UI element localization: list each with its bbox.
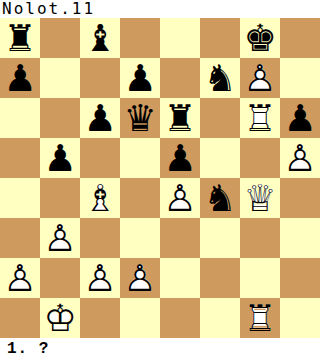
black-bishop-piece: ♝ — [80, 18, 120, 58]
square-h4[interactable] — [280, 178, 320, 218]
square-a6[interactable] — [0, 98, 40, 138]
square-a3[interactable] — [0, 218, 40, 258]
square-e4[interactable]: ♟♙ — [160, 178, 200, 218]
chess-diagram-page: Nolot.11 ♜♝♚♟♟♞♟♙♟♛♜♜♖♟♟♟♟♙♝♗♟♙♞♛♕♟♙♟♙♟♙… — [0, 0, 320, 360]
square-h6[interactable]: ♟ — [280, 98, 320, 138]
square-g2[interactable] — [240, 258, 280, 298]
square-b5[interactable]: ♟ — [40, 138, 80, 178]
square-e8[interactable] — [160, 18, 200, 58]
square-a5[interactable] — [0, 138, 40, 178]
square-b1[interactable]: ♚♔ — [40, 298, 80, 338]
black-knight-piece: ♞ — [200, 58, 240, 98]
square-f1[interactable] — [200, 298, 240, 338]
white-queen-piece: ♛♕ — [240, 178, 280, 218]
black-queen-piece: ♛ — [120, 98, 160, 138]
black-rook-piece: ♜ — [0, 18, 40, 58]
chess-board: ♜♝♚♟♟♞♟♙♟♛♜♜♖♟♟♟♟♙♝♗♟♙♞♛♕♟♙♟♙♟♙♟♙♚♔♜♖ — [0, 18, 320, 338]
white-pawn-piece: ♟♙ — [160, 178, 200, 218]
square-g3[interactable] — [240, 218, 280, 258]
page-title: Nolot.11 — [0, 0, 320, 18]
square-c5[interactable] — [80, 138, 120, 178]
black-pawn-piece: ♟ — [80, 98, 120, 138]
black-pawn-piece: ♟ — [120, 58, 160, 98]
square-d6[interactable]: ♛ — [120, 98, 160, 138]
square-e7[interactable] — [160, 58, 200, 98]
square-c7[interactable] — [80, 58, 120, 98]
square-h5[interactable]: ♟♙ — [280, 138, 320, 178]
square-d3[interactable] — [120, 218, 160, 258]
square-a2[interactable]: ♟♙ — [0, 258, 40, 298]
square-g8[interactable]: ♚ — [240, 18, 280, 58]
square-d8[interactable] — [120, 18, 160, 58]
square-d7[interactable]: ♟ — [120, 58, 160, 98]
square-h8[interactable] — [280, 18, 320, 58]
white-rook-piece: ♜♖ — [240, 98, 280, 138]
square-b2[interactable] — [40, 258, 80, 298]
square-d5[interactable] — [120, 138, 160, 178]
square-h7[interactable] — [280, 58, 320, 98]
square-g4[interactable]: ♛♕ — [240, 178, 280, 218]
white-pawn-piece: ♟♙ — [80, 258, 120, 298]
black-pawn-piece: ♟ — [0, 58, 40, 98]
black-pawn-piece: ♟ — [280, 98, 320, 138]
square-c6[interactable]: ♟ — [80, 98, 120, 138]
square-g7[interactable]: ♟♙ — [240, 58, 280, 98]
square-c8[interactable]: ♝ — [80, 18, 120, 58]
square-h1[interactable] — [280, 298, 320, 338]
square-g5[interactable] — [240, 138, 280, 178]
black-pawn-piece: ♟ — [160, 138, 200, 178]
square-b8[interactable] — [40, 18, 80, 58]
square-b4[interactable] — [40, 178, 80, 218]
white-king-piece: ♚♔ — [40, 298, 80, 338]
square-c2[interactable]: ♟♙ — [80, 258, 120, 298]
move-prompt: 1. ? — [0, 338, 320, 360]
square-f3[interactable] — [200, 218, 240, 258]
square-a1[interactable] — [0, 298, 40, 338]
square-d1[interactable] — [120, 298, 160, 338]
square-g6[interactable]: ♜♖ — [240, 98, 280, 138]
square-f2[interactable] — [200, 258, 240, 298]
square-h2[interactable] — [280, 258, 320, 298]
square-b3[interactable]: ♟♙ — [40, 218, 80, 258]
black-king-piece: ♚ — [240, 18, 280, 58]
white-bishop-piece: ♝♗ — [80, 178, 120, 218]
square-d4[interactable] — [120, 178, 160, 218]
white-pawn-piece: ♟♙ — [0, 258, 40, 298]
square-b6[interactable] — [40, 98, 80, 138]
white-pawn-piece: ♟♙ — [40, 218, 80, 258]
square-e1[interactable] — [160, 298, 200, 338]
white-pawn-piece: ♟♙ — [280, 138, 320, 178]
square-c1[interactable] — [80, 298, 120, 338]
square-f4[interactable]: ♞ — [200, 178, 240, 218]
white-pawn-piece: ♟♙ — [240, 58, 280, 98]
black-pawn-piece: ♟ — [40, 138, 80, 178]
square-b7[interactable] — [40, 58, 80, 98]
square-d2[interactable]: ♟♙ — [120, 258, 160, 298]
square-a8[interactable]: ♜ — [0, 18, 40, 58]
square-e3[interactable] — [160, 218, 200, 258]
white-rook-piece: ♜♖ — [240, 298, 280, 338]
black-knight-piece: ♞ — [200, 178, 240, 218]
square-a7[interactable]: ♟ — [0, 58, 40, 98]
black-rook-piece: ♜ — [160, 98, 200, 138]
square-f6[interactable] — [200, 98, 240, 138]
square-c4[interactable]: ♝♗ — [80, 178, 120, 218]
square-f7[interactable]: ♞ — [200, 58, 240, 98]
square-e5[interactable]: ♟ — [160, 138, 200, 178]
square-g1[interactable]: ♜♖ — [240, 298, 280, 338]
square-f5[interactable] — [200, 138, 240, 178]
square-h3[interactable] — [280, 218, 320, 258]
square-e2[interactable] — [160, 258, 200, 298]
square-c3[interactable] — [80, 218, 120, 258]
square-a4[interactable] — [0, 178, 40, 218]
square-e6[interactable]: ♜ — [160, 98, 200, 138]
square-f8[interactable] — [200, 18, 240, 58]
white-pawn-piece: ♟♙ — [120, 258, 160, 298]
